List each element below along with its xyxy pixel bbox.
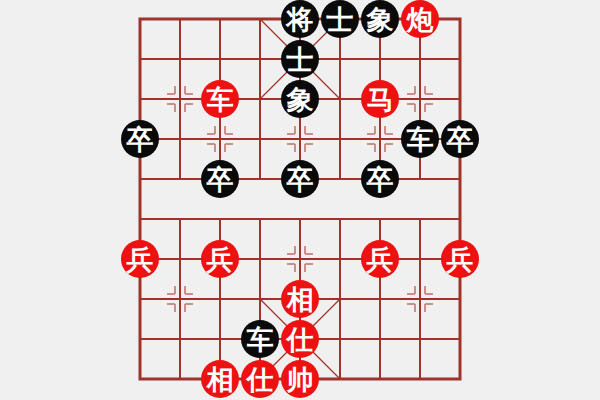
- piece-red-advisor[interactable]: 仕: [241, 360, 279, 398]
- piece-red-advisor[interactable]: 仕: [281, 320, 319, 358]
- piece-black-elephant[interactable]: 象: [281, 80, 319, 118]
- piece-black-soldier[interactable]: 卒: [281, 160, 319, 198]
- piece-red-cannon[interactable]: 炮: [401, 0, 439, 38]
- piece-red-soldier[interactable]: 兵: [441, 240, 479, 278]
- piece-black-soldier[interactable]: 卒: [361, 160, 399, 198]
- piece-red-general[interactable]: 帅: [281, 360, 319, 398]
- piece-black-advisor[interactable]: 士: [281, 40, 319, 78]
- piece-black-elephant[interactable]: 象: [361, 0, 399, 38]
- piece-red-horse[interactable]: 马: [361, 80, 399, 118]
- piece-red-soldier[interactable]: 兵: [361, 240, 399, 278]
- xiangqi-board[interactable]: 将士象炮士车象马卒车卒卒卒卒兵兵兵兵相车仕相仕帅: [0, 0, 600, 400]
- xiangqi-app: 将士象炮士车象马卒车卒卒卒卒兵兵兵兵相车仕相仕帅: [0, 0, 600, 400]
- piece-red-soldier[interactable]: 兵: [121, 240, 159, 278]
- piece-red-chariot[interactable]: 车: [201, 80, 239, 118]
- piece-black-general[interactable]: 将: [281, 0, 319, 38]
- piece-black-soldier[interactable]: 卒: [441, 120, 479, 158]
- piece-black-chariot[interactable]: 车: [401, 120, 439, 158]
- piece-red-elephant[interactable]: 相: [201, 360, 239, 398]
- piece-black-soldier[interactable]: 卒: [201, 160, 239, 198]
- piece-red-soldier[interactable]: 兵: [201, 240, 239, 278]
- piece-black-advisor[interactable]: 士: [321, 0, 359, 38]
- piece-black-chariot[interactable]: 车: [241, 320, 279, 358]
- piece-red-elephant[interactable]: 相: [281, 280, 319, 318]
- piece-black-soldier[interactable]: 卒: [121, 120, 159, 158]
